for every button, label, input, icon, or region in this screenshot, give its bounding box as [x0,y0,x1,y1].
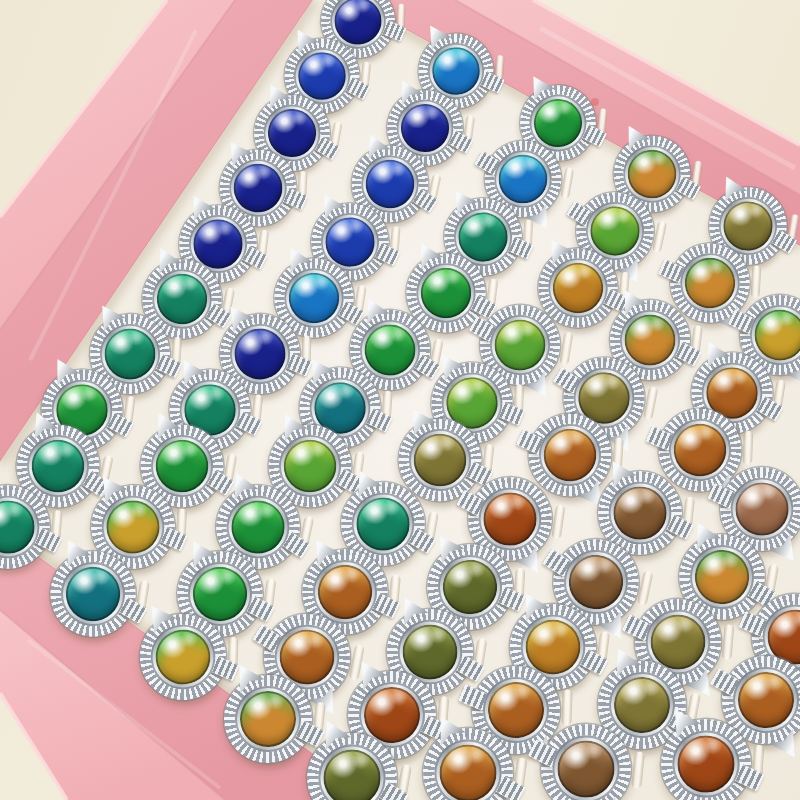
foam-slit [561,690,572,726]
foam-slit [751,265,762,298]
mood-stone [526,619,581,674]
mood-stone [421,268,471,318]
mood-stone [557,739,615,797]
foam-slit [637,570,654,606]
mood-stone [193,567,247,621]
mood-stone [625,315,676,366]
foam-slit [722,624,735,660]
rings-layer [0,0,800,800]
photo-stage: Overhead photo of a pink jewelry display… [0,0,800,800]
mood-stone [193,219,242,268]
mood-stone [283,439,337,493]
mood-stone [439,744,497,800]
foam-slit [743,431,754,465]
mood-stone [534,98,583,147]
mood-stone [483,492,537,546]
